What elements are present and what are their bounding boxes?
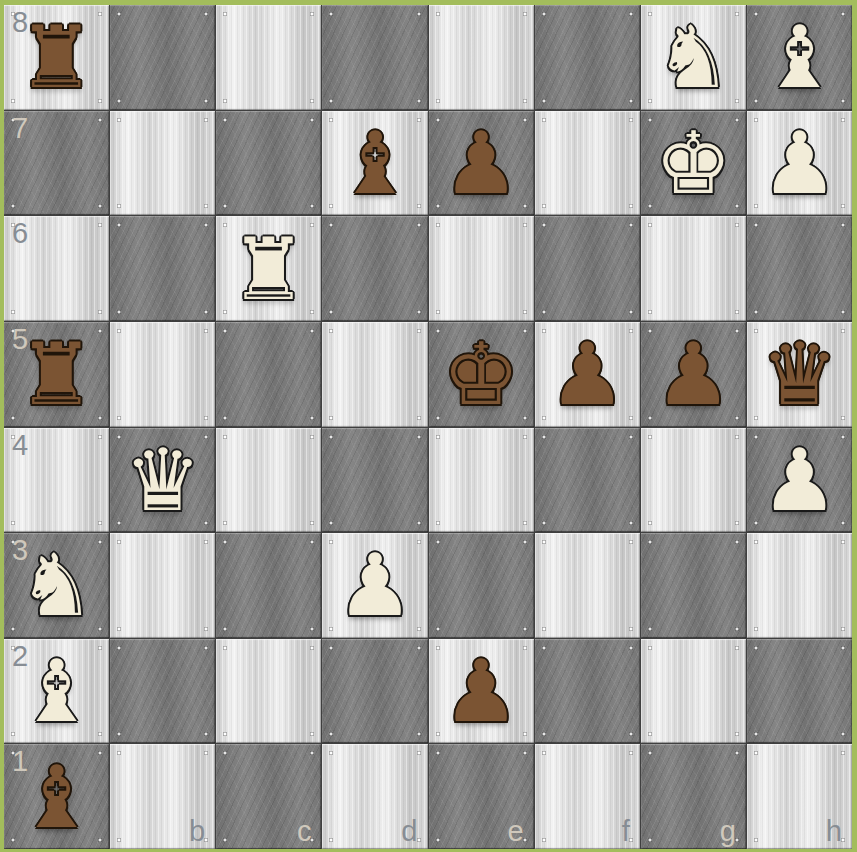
square-e3[interactable] bbox=[429, 533, 534, 638]
square-c2[interactable] bbox=[216, 639, 321, 744]
piece-white-queen[interactable]: ♛ bbox=[124, 437, 201, 523]
square-b4[interactable]: ♛ bbox=[110, 428, 215, 533]
piece-black-bishop[interactable]: ♝ bbox=[18, 754, 95, 840]
square-c7[interactable] bbox=[216, 111, 321, 216]
square-c4[interactable] bbox=[216, 428, 321, 533]
piece-black-pawn[interactable]: ♟ bbox=[549, 331, 626, 417]
square-c8[interactable] bbox=[216, 5, 321, 110]
square-h3[interactable] bbox=[747, 533, 852, 638]
square-h8[interactable]: ♝ bbox=[747, 5, 852, 110]
piece-black-queen[interactable]: ♛ bbox=[761, 331, 838, 417]
square-e1[interactable]: e bbox=[429, 744, 534, 849]
square-c5[interactable] bbox=[216, 322, 321, 427]
square-e5[interactable]: ♚ bbox=[429, 322, 534, 427]
square-c6[interactable]: ♜ bbox=[216, 216, 321, 321]
square-c1[interactable]: c bbox=[216, 744, 321, 849]
file-label-e: e bbox=[507, 817, 523, 846]
piece-white-knight[interactable]: ♞ bbox=[655, 14, 732, 100]
square-g5[interactable]: ♟ bbox=[641, 322, 746, 427]
square-d7[interactable]: ♝ bbox=[322, 111, 427, 216]
square-b2[interactable] bbox=[110, 639, 215, 744]
square-g8[interactable]: ♞ bbox=[641, 5, 746, 110]
square-g1[interactable]: g bbox=[641, 744, 746, 849]
square-b8[interactable] bbox=[110, 5, 215, 110]
piece-white-king[interactable]: ♚ bbox=[655, 120, 732, 206]
square-b7[interactable] bbox=[110, 111, 215, 216]
square-b1[interactable]: b bbox=[110, 744, 215, 849]
square-d2[interactable] bbox=[322, 639, 427, 744]
piece-black-pawn[interactable]: ♟ bbox=[443, 648, 520, 734]
square-h6[interactable] bbox=[747, 216, 852, 321]
piece-white-rook[interactable]: ♜ bbox=[230, 226, 307, 312]
square-h1[interactable]: h bbox=[747, 744, 852, 849]
piece-white-pawn[interactable]: ♟ bbox=[761, 437, 838, 523]
piece-black-rook[interactable]: ♜ bbox=[18, 331, 95, 417]
square-e4[interactable] bbox=[429, 428, 534, 533]
square-f4[interactable] bbox=[535, 428, 640, 533]
square-d3[interactable]: ♟ bbox=[322, 533, 427, 638]
square-b5[interactable] bbox=[110, 322, 215, 427]
square-a1[interactable]: 1♝ bbox=[4, 744, 109, 849]
square-d4[interactable] bbox=[322, 428, 427, 533]
square-d5[interactable] bbox=[322, 322, 427, 427]
square-g2[interactable] bbox=[641, 639, 746, 744]
square-a7[interactable]: 7 bbox=[4, 111, 109, 216]
square-f2[interactable] bbox=[535, 639, 640, 744]
file-label-g: g bbox=[720, 817, 736, 846]
square-h7[interactable]: ♟ bbox=[747, 111, 852, 216]
square-a8[interactable]: 8♜ bbox=[4, 5, 109, 110]
square-b6[interactable] bbox=[110, 216, 215, 321]
piece-black-king[interactable]: ♚ bbox=[443, 331, 520, 417]
square-d1[interactable]: d bbox=[322, 744, 427, 849]
piece-white-pawn[interactable]: ♟ bbox=[761, 120, 838, 206]
square-b3[interactable] bbox=[110, 533, 215, 638]
square-h4[interactable]: ♟ bbox=[747, 428, 852, 533]
square-c3[interactable] bbox=[216, 533, 321, 638]
square-g6[interactable] bbox=[641, 216, 746, 321]
square-d6[interactable] bbox=[322, 216, 427, 321]
rank-label-7: 7 bbox=[12, 114, 28, 143]
chess-app-frame: 8♜♞♝7♝♟♚♟6♜5♜♚♟♟♛4♛♟3♞♟2♝♟1♝bcdefgh bbox=[0, 0, 857, 852]
square-f6[interactable] bbox=[535, 216, 640, 321]
piece-black-rook[interactable]: ♜ bbox=[18, 14, 95, 100]
chess-board: 8♜♞♝7♝♟♚♟6♜5♜♚♟♟♛4♛♟3♞♟2♝♟1♝bcdefgh bbox=[4, 5, 852, 849]
file-label-h: h bbox=[826, 817, 842, 846]
square-f7[interactable] bbox=[535, 111, 640, 216]
square-a2[interactable]: 2♝ bbox=[4, 639, 109, 744]
piece-black-pawn[interactable]: ♟ bbox=[443, 120, 520, 206]
file-label-c: c bbox=[297, 817, 312, 846]
square-g7[interactable]: ♚ bbox=[641, 111, 746, 216]
piece-white-bishop[interactable]: ♝ bbox=[18, 648, 95, 734]
square-f3[interactable] bbox=[535, 533, 640, 638]
square-h5[interactable]: ♛ bbox=[747, 322, 852, 427]
square-g4[interactable] bbox=[641, 428, 746, 533]
square-a6[interactable]: 6 bbox=[4, 216, 109, 321]
square-f5[interactable]: ♟ bbox=[535, 322, 640, 427]
square-e7[interactable]: ♟ bbox=[429, 111, 534, 216]
rank-label-4: 4 bbox=[12, 431, 28, 460]
square-d8[interactable] bbox=[322, 5, 427, 110]
piece-white-pawn[interactable]: ♟ bbox=[336, 542, 413, 628]
square-a5[interactable]: 5♜ bbox=[4, 322, 109, 427]
square-g3[interactable] bbox=[641, 533, 746, 638]
square-e6[interactable] bbox=[429, 216, 534, 321]
square-h2[interactable] bbox=[747, 639, 852, 744]
rank-label-6: 6 bbox=[12, 219, 28, 248]
square-f1[interactable]: f bbox=[535, 744, 640, 849]
file-label-b: b bbox=[189, 817, 205, 846]
piece-black-pawn[interactable]: ♟ bbox=[655, 331, 732, 417]
piece-white-bishop[interactable]: ♝ bbox=[761, 14, 838, 100]
file-label-d: d bbox=[401, 817, 417, 846]
piece-white-knight[interactable]: ♞ bbox=[18, 542, 95, 628]
piece-black-bishop[interactable]: ♝ bbox=[336, 120, 413, 206]
square-a3[interactable]: 3♞ bbox=[4, 533, 109, 638]
square-f8[interactable] bbox=[535, 5, 640, 110]
square-e2[interactable]: ♟ bbox=[429, 639, 534, 744]
square-e8[interactable] bbox=[429, 5, 534, 110]
file-label-f: f bbox=[622, 817, 630, 846]
square-a4[interactable]: 4 bbox=[4, 428, 109, 533]
